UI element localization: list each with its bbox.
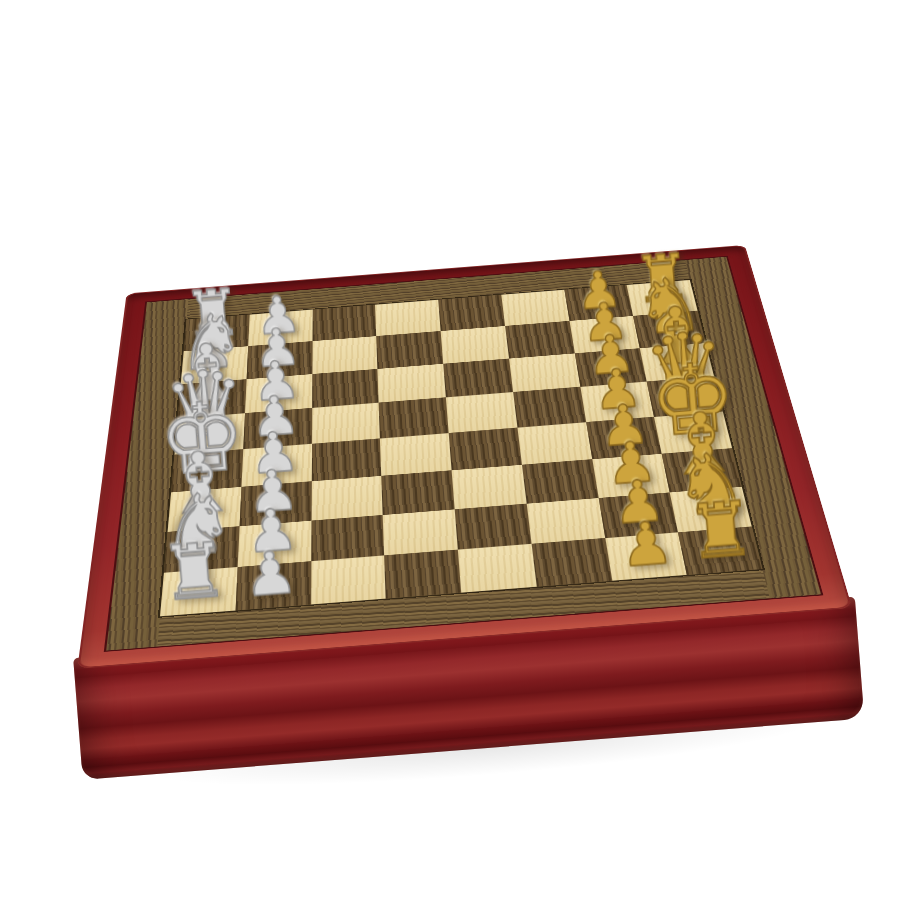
chess-set-scene: ♜♟♟♜♞♟♟♞♝♟♟♝♛♟♟♛♚♟♟♚♝♟♟♝♞♟♟♞♜♟♟♜	[0, 0, 900, 900]
piece-gold-rook: ♜	[685, 491, 757, 571]
board-square: ♜	[678, 527, 762, 575]
board-square	[513, 387, 586, 428]
board-square	[441, 326, 509, 364]
board-square	[381, 470, 454, 515]
board-perspective: ♜♟♟♜♞♟♟♞♝♟♟♝♛♟♟♛♚♟♟♚♝♟♟♝♞♟♟♞♜♟♟♜	[78, 62, 820, 804]
board-square: ♟	[235, 561, 311, 610]
board-square	[312, 305, 376, 341]
product-photo: ♜♟♟♜♞♟♟♞♝♟♟♝♛♟♟♛♚♟♟♚♝♟♟♝♞♟♟♞♜♟♟♜	[0, 0, 900, 900]
board-square	[517, 422, 592, 464]
piece-silver-pawn: ♟	[242, 543, 300, 606]
board-square	[311, 515, 384, 562]
board-square	[380, 433, 451, 476]
board-square	[522, 459, 598, 503]
board-square	[375, 300, 440, 336]
board-square: ♟	[605, 533, 687, 581]
board-square	[526, 498, 604, 544]
board-square	[458, 544, 537, 593]
board-square	[452, 465, 527, 509]
board-square	[311, 438, 381, 481]
board-square	[438, 295, 505, 331]
piece-gold-pawn: ♟	[618, 513, 676, 576]
board-square	[501, 290, 569, 326]
chess-board: ♜♟♟♜♞♟♟♞♝♟♟♝♛♟♟♛♚♟♟♚♝♟♟♝♞♟♟♞♜♟♟♜	[77, 245, 852, 669]
board-square: ♜	[160, 567, 237, 616]
board-square	[505, 321, 575, 359]
board-square	[449, 428, 522, 471]
piece-silver-rook: ♜	[159, 533, 231, 613]
board-square	[311, 476, 383, 521]
